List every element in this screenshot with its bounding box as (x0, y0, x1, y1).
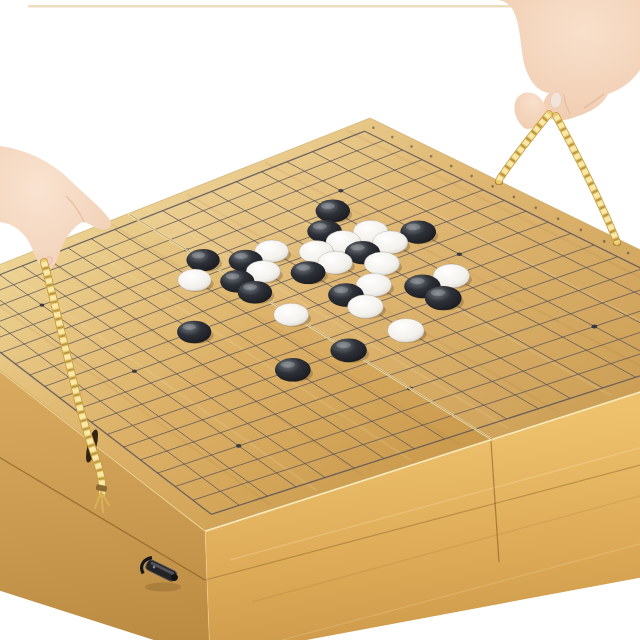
star-point (236, 444, 241, 448)
product-photo (0, 0, 640, 640)
edge-coordinate-mark (580, 229, 583, 232)
stone-body (291, 261, 326, 284)
edge-coordinate-mark (603, 240, 606, 243)
star-point (132, 370, 137, 373)
edge-coordinate-mark (470, 175, 473, 178)
star-point (40, 304, 45, 307)
clasp-shadow (145, 583, 181, 592)
edge-coordinate-mark (391, 136, 394, 139)
edge-coordinate-mark (627, 252, 630, 255)
stone-sheen (406, 224, 420, 231)
stone-body (425, 286, 462, 310)
edge-coordinate-mark (491, 185, 494, 188)
stone-sheen (226, 273, 240, 279)
stone-body (316, 200, 350, 223)
edge-coordinate-mark (372, 127, 375, 130)
star-point (457, 252, 463, 256)
stone-sheen (281, 361, 295, 368)
stone-sheen (431, 289, 446, 296)
stone-body (178, 269, 212, 291)
stone-sheen (296, 264, 310, 270)
stone-body (274, 303, 309, 326)
edge-coordinate-mark (430, 155, 433, 158)
stone-sheen (321, 203, 335, 209)
stone-body (364, 252, 400, 275)
stone-sheen (334, 287, 348, 294)
scene-svg (0, 0, 640, 640)
stone-sheen (192, 252, 205, 258)
edge-coordinate-mark (535, 206, 538, 209)
stone-body (330, 339, 366, 363)
stone-body (348, 295, 384, 319)
edge-coordinate-mark (450, 165, 453, 168)
stone-body (186, 249, 219, 271)
star-point (591, 325, 597, 329)
stone-sheen (351, 244, 365, 250)
stone-body (238, 281, 272, 304)
stone-sheen (336, 342, 351, 349)
stone-body (177, 321, 211, 343)
star-point (338, 189, 343, 192)
right-hand (497, 0, 640, 129)
stone-body (388, 318, 425, 342)
edge-coordinate-mark (410, 145, 413, 148)
stone-sheen (313, 223, 327, 229)
stone-sheen (234, 253, 248, 259)
edge-coordinate-mark (513, 196, 516, 199)
edge-coordinate-mark (557, 217, 560, 220)
stone-body (275, 358, 311, 382)
stone-sheen (410, 278, 425, 285)
stone-sheen (243, 284, 257, 290)
stone-sheen (183, 324, 197, 330)
